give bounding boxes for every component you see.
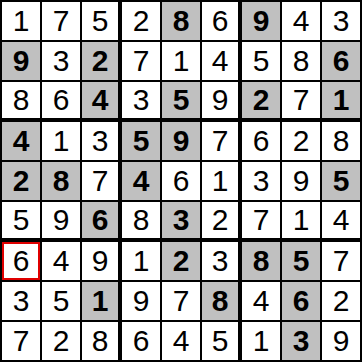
cell-r7c7[interactable]: 8 (242, 242, 282, 282)
cell-r1c8[interactable]: 4 (282, 2, 322, 42)
cell-r3c8[interactable]: 7 (282, 82, 322, 122)
cell-r6c5[interactable]: 3 (162, 202, 202, 242)
cell-r6c1[interactable]: 5 (2, 202, 42, 242)
cell-r2c9[interactable]: 6 (322, 42, 362, 82)
cell-r2c7[interactable]: 5 (242, 42, 282, 82)
cell-r3c2[interactable]: 6 (42, 82, 82, 122)
cell-r4c5[interactable]: 9 (162, 122, 202, 162)
cell-r8c9[interactable]: 2 (322, 282, 362, 322)
cell-r4c7[interactable]: 6 (242, 122, 282, 162)
cell-r1c6[interactable]: 6 (202, 2, 242, 42)
cell-r8c6[interactable]: 8 (202, 282, 242, 322)
cell-r1c7[interactable]: 9 (242, 2, 282, 42)
cell-r8c3[interactable]: 1 (82, 282, 122, 322)
cell-r2c5[interactable]: 1 (162, 42, 202, 82)
cell-r7c6[interactable]: 3 (202, 242, 242, 282)
cell-r5c5[interactable]: 6 (162, 162, 202, 202)
cell-r4c8[interactable]: 2 (282, 122, 322, 162)
cell-r9c2[interactable]: 2 (42, 322, 82, 362)
cell-r3c3[interactable]: 4 (82, 82, 122, 122)
cell-r3c4[interactable]: 3 (122, 82, 162, 122)
cell-r1c2[interactable]: 7 (42, 2, 82, 42)
cell-r2c1[interactable]: 9 (2, 42, 42, 82)
cell-r2c2[interactable]: 3 (42, 42, 82, 82)
cell-r5c3[interactable]: 7 (82, 162, 122, 202)
cell-r6c8[interactable]: 1 (282, 202, 322, 242)
cell-r9c5[interactable]: 4 (162, 322, 202, 362)
cell-r9c7[interactable]: 1 (242, 322, 282, 362)
cell-r7c5[interactable]: 2 (162, 242, 202, 282)
cell-r7c3[interactable]: 9 (82, 242, 122, 282)
cell-r6c9[interactable]: 4 (322, 202, 362, 242)
cell-r7c9[interactable]: 7 (322, 242, 362, 282)
cell-r5c8[interactable]: 9 (282, 162, 322, 202)
cell-r1c4[interactable]: 2 (122, 2, 162, 42)
cell-r9c1[interactable]: 7 (2, 322, 42, 362)
cell-r4c3[interactable]: 3 (82, 122, 122, 162)
cell-r5c2[interactable]: 8 (42, 162, 82, 202)
cell-r8c5[interactable]: 7 (162, 282, 202, 322)
cell-r3c9[interactable]: 1 (322, 82, 362, 122)
cell-r5c4[interactable]: 4 (122, 162, 162, 202)
cell-r8c8[interactable]: 6 (282, 282, 322, 322)
cell-r8c1[interactable]: 3 (2, 282, 42, 322)
cell-r3c5[interactable]: 5 (162, 82, 202, 122)
cell-r2c4[interactable]: 7 (122, 42, 162, 82)
cell-r4c6[interactable]: 7 (202, 122, 242, 162)
cell-r9c3[interactable]: 8 (82, 322, 122, 362)
cell-r9c8[interactable]: 3 (282, 322, 322, 362)
cell-r5c7[interactable]: 3 (242, 162, 282, 202)
cell-r7c4[interactable]: 1 (122, 242, 162, 282)
cell-r7c8[interactable]: 5 (282, 242, 322, 282)
cell-r6c3[interactable]: 6 (82, 202, 122, 242)
cell-r3c7[interactable]: 2 (242, 82, 282, 122)
cell-r4c2[interactable]: 1 (42, 122, 82, 162)
sudoku-board: 1752869439327145868643592714135976282874… (0, 0, 362, 362)
cell-r3c1[interactable]: 8 (2, 82, 42, 122)
cell-r1c3[interactable]: 5 (82, 2, 122, 42)
cell-r1c1[interactable]: 1 (2, 2, 42, 42)
cell-r9c9[interactable]: 9 (322, 322, 362, 362)
cell-r3c6[interactable]: 9 (202, 82, 242, 122)
cell-r8c7[interactable]: 4 (242, 282, 282, 322)
cell-r6c2[interactable]: 9 (42, 202, 82, 242)
cell-r5c9[interactable]: 5 (322, 162, 362, 202)
cell-r8c2[interactable]: 5 (42, 282, 82, 322)
cell-r4c9[interactable]: 8 (322, 122, 362, 162)
cell-r1c9[interactable]: 3 (322, 2, 362, 42)
cell-r2c3[interactable]: 2 (82, 42, 122, 82)
cell-r5c1[interactable]: 2 (2, 162, 42, 202)
cell-r6c6[interactable]: 2 (202, 202, 242, 242)
cell-r2c8[interactable]: 8 (282, 42, 322, 82)
cell-r2c6[interactable]: 4 (202, 42, 242, 82)
cell-r6c4[interactable]: 8 (122, 202, 162, 242)
cell-r8c4[interactable]: 9 (122, 282, 162, 322)
cell-r9c4[interactable]: 6 (122, 322, 162, 362)
cell-r7c1[interactable]: 6 (2, 242, 42, 282)
cell-r5c6[interactable]: 1 (202, 162, 242, 202)
cell-r4c1[interactable]: 4 (2, 122, 42, 162)
cell-r4c4[interactable]: 5 (122, 122, 162, 162)
cell-r9c6[interactable]: 5 (202, 322, 242, 362)
cell-r7c2[interactable]: 4 (42, 242, 82, 282)
cell-r6c7[interactable]: 7 (242, 202, 282, 242)
cell-r1c5[interactable]: 8 (162, 2, 202, 42)
